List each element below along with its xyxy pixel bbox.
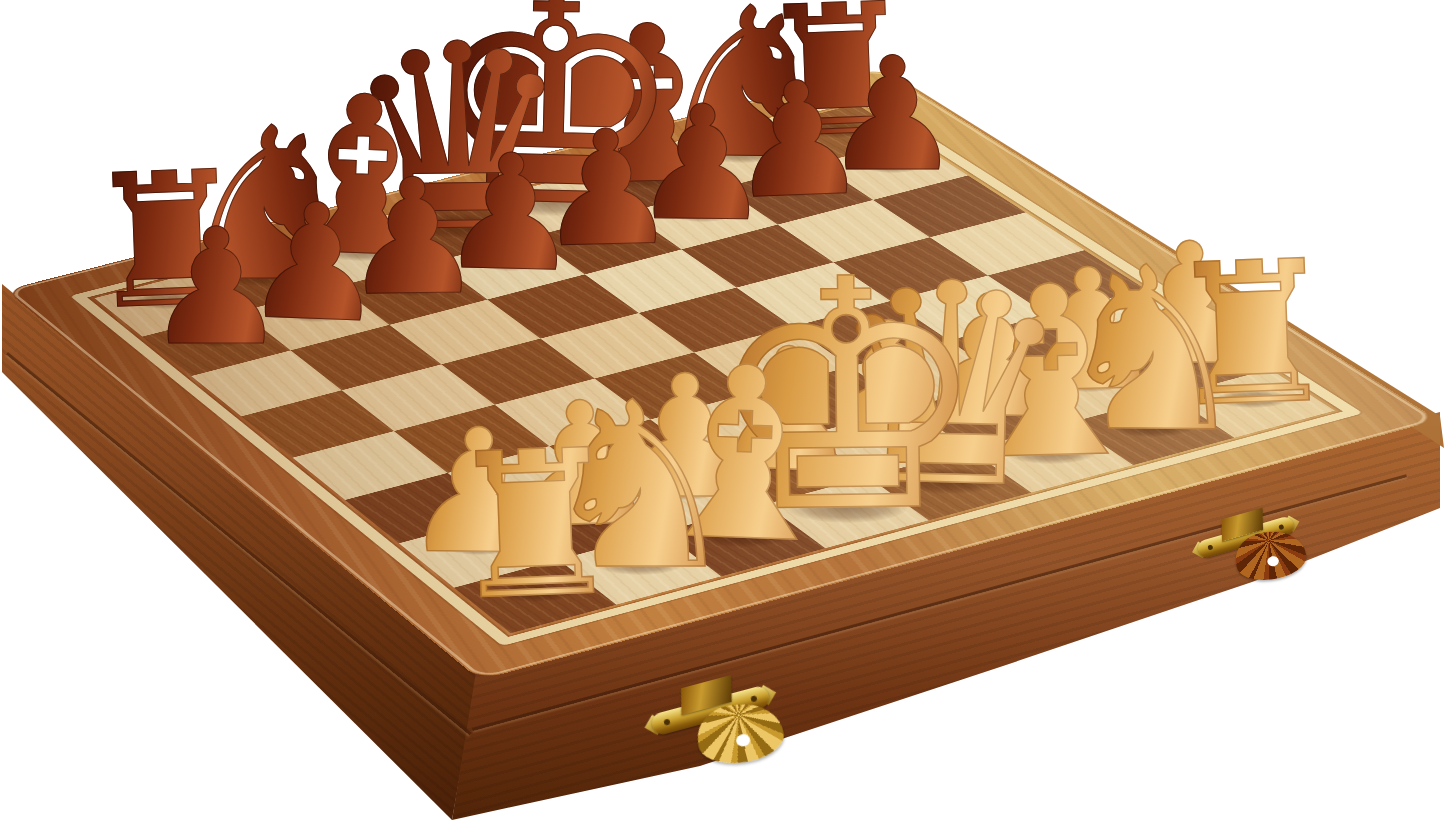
piece-light-rook-a1[interactable]: ♜ [442,423,628,629]
product-photo-stage: ♜♞♝♛♚♝♞♜♟♟♟♟♟♟♟♟♟♟♟♟♟♟♟♟♜♞♝♚♛♝♞♜ [0,0,1445,832]
piece-dark-pawn-a7[interactable]: ♟ [144,208,288,369]
pieces-layer: ♜♞♝♛♚♝♞♜♟♟♟♟♟♟♟♟♟♟♟♟♟♟♟♟♜♞♝♚♛♝♞♜ [0,0,1445,832]
